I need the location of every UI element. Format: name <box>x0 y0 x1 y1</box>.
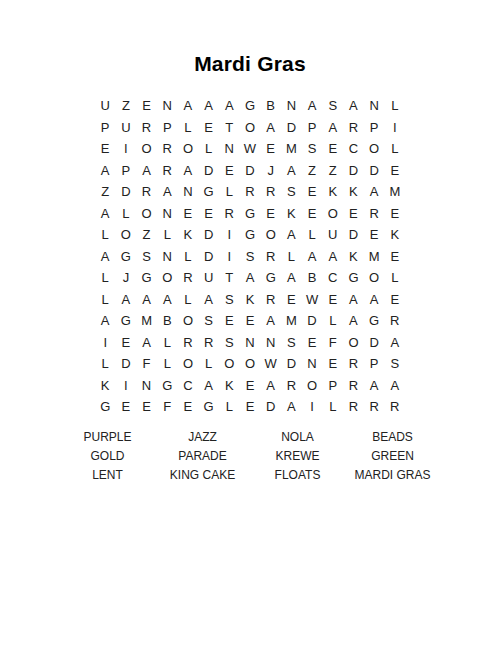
grid-cell-r3c1: E <box>95 138 116 160</box>
grid-cell-r4c12: Z <box>322 160 343 182</box>
grid-cell-r9c2: J <box>116 267 137 289</box>
grid-cell-r14c8: E <box>240 375 261 397</box>
grid-cell-r7c7: I <box>219 224 240 246</box>
grid-cell-r10c3: A <box>136 289 157 311</box>
word-list-item-green: GREEN <box>345 449 440 463</box>
word-list-item-king-cake: KING CAKE <box>155 468 250 482</box>
grid-cell-r14c11: O <box>302 375 323 397</box>
grid-cell-r8c6: D <box>198 246 219 268</box>
grid-cell-r4c6: D <box>198 160 219 182</box>
grid-cell-r11c9: A <box>260 310 281 332</box>
grid-cell-r8c9: R <box>260 246 281 268</box>
grid-cell-r12c2: E <box>116 332 137 354</box>
grid-cell-r9c6: U <box>198 267 219 289</box>
grid-cell-r1c9: B <box>260 95 281 117</box>
grid-cell-r6c13: E <box>343 203 364 225</box>
grid-cell-r2c13: R <box>343 117 364 139</box>
grid-cell-r12c10: S <box>281 332 302 354</box>
grid-cell-r15c1: G <box>95 396 116 418</box>
grid-cell-r15c12: L <box>322 396 343 418</box>
grid-cell-r13c1: L <box>95 353 116 375</box>
grid-cell-r11c7: E <box>219 310 240 332</box>
word-list-item-floats: FLOATS <box>250 468 345 482</box>
grid-cell-r6c8: G <box>240 203 261 225</box>
grid-cell-r6c11: E <box>302 203 323 225</box>
grid-cell-r10c13: A <box>343 289 364 311</box>
grid-cell-r7c13: D <box>343 224 364 246</box>
grid-cell-r14c15: A <box>384 375 405 397</box>
grid-cell-r1c10: N <box>281 95 302 117</box>
grid-cell-r2c1: P <box>95 117 116 139</box>
grid-cell-r8c15: E <box>384 246 405 268</box>
grid-cell-r11c15: R <box>384 310 405 332</box>
grid-cell-r1c11: A <box>302 95 323 117</box>
grid-cell-r7c15: K <box>384 224 405 246</box>
grid-cell-r11c1: A <box>95 310 116 332</box>
grid-cell-r1c8: G <box>240 95 261 117</box>
grid-cell-r15c6: G <box>198 396 219 418</box>
grid-cell-r2c7: T <box>219 117 240 139</box>
grid-cell-r11c14: G <box>364 310 385 332</box>
grid-cell-r4c11: Z <box>302 160 323 182</box>
grid-cell-r14c5: C <box>178 375 199 397</box>
grid-cell-r14c1: K <box>95 375 116 397</box>
grid-cell-r8c13: K <box>343 246 364 268</box>
grid-cell-r4c2: P <box>116 160 137 182</box>
grid-cell-r10c4: A <box>157 289 178 311</box>
grid-cell-r6c5: E <box>178 203 199 225</box>
grid-cell-r5c5: N <box>178 181 199 203</box>
grid-cell-r1c12: S <box>322 95 343 117</box>
grid-cell-r13c3: F <box>136 353 157 375</box>
grid-cell-r6c4: N <box>157 203 178 225</box>
grid-cell-r7c8: G <box>240 224 261 246</box>
grid-cell-r2c6: E <box>198 117 219 139</box>
grid-cell-r7c9: O <box>260 224 281 246</box>
grid-cell-r9c1: L <box>95 267 116 289</box>
grid-cell-r1c5: A <box>178 95 199 117</box>
grid-cell-r4c10: A <box>281 160 302 182</box>
grid-cell-r13c9: W <box>260 353 281 375</box>
grid-cell-r11c2: G <box>116 310 137 332</box>
grid-cell-r8c14: M <box>364 246 385 268</box>
grid-cell-r1c13: A <box>343 95 364 117</box>
grid-cell-r8c1: A <box>95 246 116 268</box>
grid-cell-r6c3: O <box>136 203 157 225</box>
grid-cell-r10c10: E <box>281 289 302 311</box>
grid-cell-r6c10: K <box>281 203 302 225</box>
grid-cell-r13c7: O <box>219 353 240 375</box>
grid-cell-r6c9: E <box>260 203 281 225</box>
grid-cell-r3c6: L <box>198 138 219 160</box>
grid-cell-r9c4: O <box>157 267 178 289</box>
grid-cell-r7c14: E <box>364 224 385 246</box>
word-list-item-gold: GOLD <box>60 449 155 463</box>
grid-cell-r14c4: G <box>157 375 178 397</box>
grid-cell-r12c13: O <box>343 332 364 354</box>
grid-cell-r4c1: A <box>95 160 116 182</box>
grid-cell-r1c6: A <box>198 95 219 117</box>
grid-cell-r5c1: Z <box>95 181 116 203</box>
grid-cell-r2c8: O <box>240 117 261 139</box>
grid-cell-r9c5: R <box>178 267 199 289</box>
grid-cell-r10c11: W <box>302 289 323 311</box>
grid-cell-r5c2: D <box>116 181 137 203</box>
grid-cell-r12c1: I <box>95 332 116 354</box>
grid-cell-r2c10: D <box>281 117 302 139</box>
grid-cell-r4c14: D <box>364 160 385 182</box>
grid-cell-r2c9: A <box>260 117 281 139</box>
word-list-item-parade: PARADE <box>155 449 250 463</box>
grid-cell-r2c3: R <box>136 117 157 139</box>
grid-cell-r5c13: K <box>343 181 364 203</box>
grid-cell-r14c14: A <box>364 375 385 397</box>
grid-cell-r3c2: I <box>116 138 137 160</box>
grid-cell-r8c3: S <box>136 246 157 268</box>
grid-cell-r15c9: D <box>260 396 281 418</box>
grid-cell-r2c14: P <box>364 117 385 139</box>
grid-cell-r1c15: L <box>384 95 405 117</box>
grid-cell-r5c10: S <box>281 181 302 203</box>
grid-cell-r13c5: O <box>178 353 199 375</box>
grid-cell-r14c10: R <box>281 375 302 397</box>
grid-cell-r15c5: E <box>178 396 199 418</box>
grid-cell-r3c9: E <box>260 138 281 160</box>
grid-cell-r12c15: A <box>384 332 405 354</box>
word-list-item-jazz: JAZZ <box>155 430 250 444</box>
grid-cell-r6c12: O <box>322 203 343 225</box>
grid-cell-r13c14: P <box>364 353 385 375</box>
grid-cell-r11c8: E <box>240 310 261 332</box>
grid-cell-r7c2: O <box>116 224 137 246</box>
grid-cell-r11c10: M <box>281 310 302 332</box>
grid-cell-r15c3: E <box>136 396 157 418</box>
grid-cell-r13c2: D <box>116 353 137 375</box>
grid-cell-r12c12: F <box>322 332 343 354</box>
grid-cell-r3c12: E <box>322 138 343 160</box>
grid-cell-r3c13: C <box>343 138 364 160</box>
grid-cell-r5c11: E <box>302 181 323 203</box>
grid-cell-r5c8: R <box>240 181 261 203</box>
grid-cell-r13c15: S <box>384 353 405 375</box>
grid-cell-r3c3: O <box>136 138 157 160</box>
grid-cell-r11c13: A <box>343 310 364 332</box>
grid-cell-r12c3: A <box>136 332 157 354</box>
grid-cell-r3c14: O <box>364 138 385 160</box>
grid-cell-r13c10: D <box>281 353 302 375</box>
grid-cell-r4c8: D <box>240 160 261 182</box>
grid-cell-r10c15: E <box>384 289 405 311</box>
grid-cell-r14c3: N <box>136 375 157 397</box>
grid-cell-r10c8: K <box>240 289 261 311</box>
grid-cell-r13c11: N <box>302 353 323 375</box>
word-list-item-krewe: KREWE <box>250 449 345 463</box>
grid-cell-r11c11: D <box>302 310 323 332</box>
word-list-item-mardi-gras: MARDI GRAS <box>345 468 440 482</box>
grid-cell-r12c7: S <box>219 332 240 354</box>
word-list-item-lent: LENT <box>60 468 155 482</box>
grid-cell-r11c5: O <box>178 310 199 332</box>
grid-cell-r14c13: R <box>343 375 364 397</box>
grid-cell-r5c15: M <box>384 181 405 203</box>
grid-cell-r5c9: R <box>260 181 281 203</box>
grid-cell-r8c5: L <box>178 246 199 268</box>
grid-cell-r12c9: N <box>260 332 281 354</box>
grid-cell-r14c2: I <box>116 375 137 397</box>
grid-cell-r7c4: L <box>157 224 178 246</box>
grid-cell-r15c11: I <box>302 396 323 418</box>
grid-cell-r3c10: M <box>281 138 302 160</box>
grid-cell-r9c10: A <box>281 267 302 289</box>
grid-cell-r6c14: R <box>364 203 385 225</box>
word-search-page: Mardi Gras UZENAAAGBNASANLPURPLETOADPARP… <box>0 0 500 647</box>
puzzle-title: Mardi Gras <box>0 52 500 76</box>
grid-cell-r10c9: R <box>260 289 281 311</box>
grid-cell-r2c12: A <box>322 117 343 139</box>
grid-cell-r5c3: R <box>136 181 157 203</box>
grid-cell-r10c1: L <box>95 289 116 311</box>
word-search-grid: UZENAAAGBNASANLPURPLETOADPARPIEIOROLNWEM… <box>95 95 405 418</box>
grid-cell-r9c9: G <box>260 267 281 289</box>
grid-cell-r9c8: A <box>240 267 261 289</box>
grid-cell-r8c4: N <box>157 246 178 268</box>
grid-cell-r11c3: M <box>136 310 157 332</box>
grid-cell-r13c13: R <box>343 353 364 375</box>
grid-cell-r7c1: L <box>95 224 116 246</box>
grid-cell-r2c5: L <box>178 117 199 139</box>
word-list: PURPLEJAZZNOLABEADSGOLDPARADEKREWEGREENL… <box>60 430 440 482</box>
grid-cell-r12c11: E <box>302 332 323 354</box>
grid-cell-r5c14: A <box>364 181 385 203</box>
grid-cell-r1c7: A <box>219 95 240 117</box>
grid-cell-r3c8: W <box>240 138 261 160</box>
grid-cell-r3c5: O <box>178 138 199 160</box>
grid-cell-r8c7: I <box>219 246 240 268</box>
grid-cell-r6c1: A <box>95 203 116 225</box>
grid-cell-r11c4: B <box>157 310 178 332</box>
grid-cell-r15c7: L <box>219 396 240 418</box>
grid-cell-r1c1: U <box>95 95 116 117</box>
grid-cell-r11c12: L <box>322 310 343 332</box>
grid-cell-r13c12: E <box>322 353 343 375</box>
grid-cell-r2c4: P <box>157 117 178 139</box>
grid-cell-r15c2: E <box>116 396 137 418</box>
grid-cell-r7c11: L <box>302 224 323 246</box>
grid-cell-r9c7: T <box>219 267 240 289</box>
grid-cell-r5c4: A <box>157 181 178 203</box>
grid-cell-r6c15: E <box>384 203 405 225</box>
grid-cell-r1c4: N <box>157 95 178 117</box>
grid-cell-r15c15: R <box>384 396 405 418</box>
grid-cell-r4c5: A <box>178 160 199 182</box>
grid-cell-r2c2: U <box>116 117 137 139</box>
grid-cell-r10c12: E <box>322 289 343 311</box>
word-list-item-beads: BEADS <box>345 430 440 444</box>
grid-cell-r8c8: S <box>240 246 261 268</box>
grid-cell-r15c10: A <box>281 396 302 418</box>
grid-cell-r1c3: E <box>136 95 157 117</box>
grid-cell-r4c13: D <box>343 160 364 182</box>
grid-cell-r5c7: L <box>219 181 240 203</box>
grid-cell-r10c6: A <box>198 289 219 311</box>
grid-cell-r12c5: R <box>178 332 199 354</box>
grid-cell-r9c3: G <box>136 267 157 289</box>
grid-cell-r9c15: L <box>384 267 405 289</box>
grid-cell-r14c6: A <box>198 375 219 397</box>
grid-cell-r14c9: A <box>260 375 281 397</box>
grid-cell-r10c2: A <box>116 289 137 311</box>
grid-cell-r13c4: L <box>157 353 178 375</box>
grid-cell-r15c8: E <box>240 396 261 418</box>
grid-cell-r3c11: S <box>302 138 323 160</box>
grid-cell-r9c14: O <box>364 267 385 289</box>
grid-cell-r8c12: A <box>322 246 343 268</box>
grid-cell-r14c7: K <box>219 375 240 397</box>
grid-cell-r3c4: R <box>157 138 178 160</box>
grid-cell-r3c15: L <box>384 138 405 160</box>
word-list-item-nola: NOLA <box>250 430 345 444</box>
grid-cell-r10c5: L <box>178 289 199 311</box>
grid-cell-r15c13: R <box>343 396 364 418</box>
grid-cell-r10c7: S <box>219 289 240 311</box>
grid-cell-r9c12: C <box>322 267 343 289</box>
grid-cell-r2c11: P <box>302 117 323 139</box>
grid-cell-r9c11: B <box>302 267 323 289</box>
grid-cell-r6c2: L <box>116 203 137 225</box>
grid-cell-r10c14: A <box>364 289 385 311</box>
grid-cell-r2c15: I <box>384 117 405 139</box>
grid-cell-r9c13: G <box>343 267 364 289</box>
word-list-item-purple: PURPLE <box>60 430 155 444</box>
grid-cell-r7c12: U <box>322 224 343 246</box>
grid-cell-r12c6: R <box>198 332 219 354</box>
grid-cell-r3c7: N <box>219 138 240 160</box>
grid-cell-r7c10: A <box>281 224 302 246</box>
grid-cell-r12c8: N <box>240 332 261 354</box>
grid-cell-r4c15: E <box>384 160 405 182</box>
grid-cell-r4c4: R <box>157 160 178 182</box>
grid-cell-r4c9: J <box>260 160 281 182</box>
grid-cell-r1c2: Z <box>116 95 137 117</box>
grid-cell-r11c6: S <box>198 310 219 332</box>
grid-cell-r14c12: P <box>322 375 343 397</box>
grid-cell-r7c3: Z <box>136 224 157 246</box>
grid-cell-r4c3: A <box>136 160 157 182</box>
grid-cell-r1c14: N <box>364 95 385 117</box>
grid-cell-r12c4: L <box>157 332 178 354</box>
grid-cell-r13c8: O <box>240 353 261 375</box>
grid-cell-r6c6: E <box>198 203 219 225</box>
grid-cell-r7c6: D <box>198 224 219 246</box>
grid-cell-r7c5: K <box>178 224 199 246</box>
grid-cell-r8c10: L <box>281 246 302 268</box>
grid-cell-r13c6: L <box>198 353 219 375</box>
grid-cell-r8c11: A <box>302 246 323 268</box>
grid-cell-r15c14: R <box>364 396 385 418</box>
grid-cell-r8c2: G <box>116 246 137 268</box>
grid-cell-r4c7: E <box>219 160 240 182</box>
grid-cell-r5c6: G <box>198 181 219 203</box>
grid-cell-r6c7: R <box>219 203 240 225</box>
grid-cell-r5c12: K <box>322 181 343 203</box>
grid-cell-r12c14: D <box>364 332 385 354</box>
grid-cell-r15c4: F <box>157 396 178 418</box>
